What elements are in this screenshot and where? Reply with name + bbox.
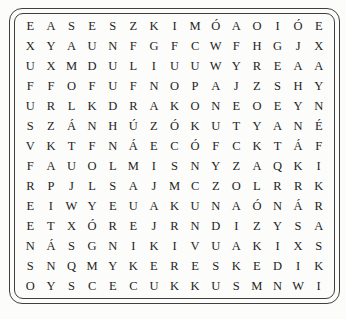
grid-cell-r5c11: E [226, 96, 247, 116]
grid-cell-r5c3: L [61, 96, 82, 116]
grid-cell-r2c15: X [308, 36, 329, 56]
word-search-grid: EASESZKIMÓAOIÓEXYAUNFGFCWFHGJXUXMDULIUUW… [20, 16, 329, 296]
grid-cell-r8c10: Y [205, 156, 226, 176]
grid-cell-r9c4: L [82, 176, 103, 196]
grid-cell-r3c11: Y [226, 56, 247, 76]
grid-cell-r1c4: E [82, 16, 103, 36]
grid-cell-r10c6: U [123, 196, 144, 216]
grid-cell-r12c8: I [164, 236, 185, 256]
grid-cell-r10c5: E [102, 196, 123, 216]
grid-cell-r6c9: K [185, 116, 206, 136]
grid-cell-r8c2: A [41, 156, 62, 176]
grid-cell-r12c9: V [185, 236, 206, 256]
grid-cell-r5c2: R [41, 96, 62, 116]
grid-cell-r13c11: K [226, 256, 247, 276]
grid-cell-r11c5: R [102, 216, 123, 236]
grid-cell-r13c15: K [308, 256, 329, 276]
grid-cell-r4c11: J [226, 76, 247, 96]
grid-cell-r2c14: J [288, 36, 309, 56]
grid-cell-r14c15: I [308, 276, 329, 296]
grid-cell-r4c5: U [102, 76, 123, 96]
grid-cell-r4c9: P [185, 76, 206, 96]
grid-cell-r9c8: M [164, 176, 185, 196]
grid-cell-r2c8: F [164, 36, 185, 56]
grid-cell-r13c2: N [41, 256, 62, 276]
grid-cell-r9c6: A [123, 176, 144, 196]
grid-cell-r7c1: V [20, 136, 41, 156]
grid-cell-r10c4: Y [82, 196, 103, 216]
grid-cell-r12c10: U [205, 236, 226, 256]
grid-cell-r12c12: K [247, 236, 268, 256]
grid-cell-r3c6: L [123, 56, 144, 76]
grid-cell-r13c9: E [185, 256, 206, 276]
grid-cell-r3c13: E [267, 56, 288, 76]
grid-cell-r4c15: Y [308, 76, 329, 96]
grid-cell-r6c10: U [205, 116, 226, 136]
grid-cell-r13c1: S [20, 256, 41, 276]
grid-cell-r14c9: K [185, 276, 206, 296]
grid-cell-r5c6: R [123, 96, 144, 116]
grid-cell-r2c9: C [185, 36, 206, 56]
grid-cell-r2c7: G [144, 36, 165, 56]
grid-cell-r5c10: N [205, 96, 226, 116]
grid-cell-r1c1: E [20, 16, 41, 36]
grid-cell-r8c15: I [308, 156, 329, 176]
grid-cell-r6c8: Ó [164, 116, 185, 136]
grid-cell-r6c3: Á [61, 116, 82, 136]
grid-cell-r1c13: I [267, 16, 288, 36]
grid-cell-r11c3: X [61, 216, 82, 236]
grid-cell-r1c10: Ó [205, 16, 226, 36]
grid-cell-r3c15: A [308, 56, 329, 76]
grid-cell-r12c11: A [226, 236, 247, 256]
grid-cell-r11c14: S [288, 216, 309, 236]
grid-cell-r3c5: U [102, 56, 123, 76]
grid-cell-r14c11: S [226, 276, 247, 296]
grid-cell-r4c6: F [123, 76, 144, 96]
grid-cell-r14c12: M [247, 276, 268, 296]
grid-cell-r11c15: A [308, 216, 329, 236]
grid-cell-r8c11: Z [226, 156, 247, 176]
grid-cell-r11c4: Ó [82, 216, 103, 236]
grid-cell-r14c1: O [20, 276, 41, 296]
grid-cell-r14c10: U [205, 276, 226, 296]
grid-cell-r8c12: A [247, 156, 268, 176]
grid-cell-r9c11: O [226, 176, 247, 196]
grid-cell-r6c4: N [82, 116, 103, 136]
grid-cell-r5c4: K [82, 96, 103, 116]
grid-cell-r13c13: D [267, 256, 288, 276]
grid-cell-r14c8: K [164, 276, 185, 296]
grid-cell-r5c12: O [247, 96, 268, 116]
grid-cell-r11c10: D [205, 216, 226, 236]
grid-cell-r9c15: K [308, 176, 329, 196]
grid-cell-r9c9: C [185, 176, 206, 196]
grid-cell-r8c9: N [185, 156, 206, 176]
grid-cell-r11c11: I [226, 216, 247, 236]
grid-cell-r10c1: E [20, 196, 41, 216]
grid-cell-r7c4: F [82, 136, 103, 156]
grid-cell-r11c1: E [20, 216, 41, 236]
grid-cell-r4c3: O [61, 76, 82, 96]
grid-cell-r14c7: U [144, 276, 165, 296]
grid-cell-r9c1: R [20, 176, 41, 196]
grid-cell-r10c12: Ó [247, 196, 268, 216]
grid-cell-r10c14: Á [288, 196, 309, 216]
grid-cell-r4c4: F [82, 76, 103, 96]
grid-cell-r11c7: J [144, 216, 165, 236]
grid-cell-r8c5: L [102, 156, 123, 176]
grid-cell-r10c11: A [226, 196, 247, 216]
grid-cell-r2c1: X [20, 36, 41, 56]
grid-cell-r1c15: E [308, 16, 329, 36]
grid-cell-r7c15: F [308, 136, 329, 156]
grid-cell-r2c6: F [123, 36, 144, 56]
puzzle-frame-outer: EASESZKIMÓAOIÓEXYAUNFGFCWFHGJXUXMDULIUUW… [9, 8, 340, 304]
grid-cell-r13c7: E [144, 256, 165, 276]
grid-cell-r3c7: I [144, 56, 165, 76]
grid-cell-r7c13: T [267, 136, 288, 156]
grid-cell-r10c8: K [164, 196, 185, 216]
grid-cell-r6c1: S [20, 116, 41, 136]
grid-cell-r10c9: U [185, 196, 206, 216]
grid-cell-r8c8: S [164, 156, 185, 176]
grid-cell-r5c9: O [185, 96, 206, 116]
grid-cell-r13c3: Q [61, 256, 82, 276]
grid-cell-r1c11: A [226, 16, 247, 36]
grid-cell-r2c4: U [82, 36, 103, 56]
grid-cell-r13c6: K [123, 256, 144, 276]
grid-cell-r9c14: R [288, 176, 309, 196]
grid-cell-r11c13: Y [267, 216, 288, 236]
grid-cell-r1c12: O [247, 16, 268, 36]
grid-cell-r6c11: T [226, 116, 247, 136]
grid-cell-r7c14: Á [288, 136, 309, 156]
grid-cell-r2c5: N [102, 36, 123, 56]
grid-cell-r12c4: G [82, 236, 103, 256]
grid-cell-r2c12: H [247, 36, 268, 56]
grid-cell-r4c13: S [267, 76, 288, 96]
grid-cell-r8c3: U [61, 156, 82, 176]
grid-cell-r12c5: N [102, 236, 123, 256]
grid-cell-r13c14: I [288, 256, 309, 276]
grid-cell-r12c13: I [267, 236, 288, 256]
grid-cell-r2c10: W [205, 36, 226, 56]
grid-cell-r9c2: P [41, 176, 62, 196]
grid-cell-r3c2: X [41, 56, 62, 76]
grid-cell-r9c13: R [267, 176, 288, 196]
grid-cell-r1c3: S [61, 16, 82, 36]
grid-cell-r8c6: M [123, 156, 144, 176]
grid-cell-r6c13: A [267, 116, 288, 136]
grid-cell-r9c7: J [144, 176, 165, 196]
grid-cell-r1c7: K [144, 16, 165, 36]
grid-cell-r11c6: E [123, 216, 144, 236]
grid-cell-r5c8: K [164, 96, 185, 116]
grid-cell-r7c2: K [41, 136, 62, 156]
grid-cell-r6c6: Ú [123, 116, 144, 136]
grid-cell-r12c1: N [20, 236, 41, 256]
grid-cell-r14c4: C [82, 276, 103, 296]
grid-cell-r10c13: N [267, 196, 288, 216]
grid-cell-r4c8: O [164, 76, 185, 96]
grid-cell-r11c8: R [164, 216, 185, 236]
grid-cell-r4c7: N [144, 76, 165, 96]
grid-cell-r12c15: S [308, 236, 329, 256]
grid-cell-r2c11: F [226, 36, 247, 56]
grid-cell-r7c5: N [102, 136, 123, 156]
grid-cell-r8c4: O [82, 156, 103, 176]
grid-cell-r1c6: Z [123, 16, 144, 36]
grid-cell-r6c7: Z [144, 116, 165, 136]
grid-cell-r13c12: E [247, 256, 268, 276]
grid-cell-r7c3: T [61, 136, 82, 156]
grid-cell-r4c2: F [41, 76, 62, 96]
grid-cell-r6c12: Y [247, 116, 268, 136]
grid-cell-r7c10: F [205, 136, 226, 156]
grid-cell-r7c7: E [144, 136, 165, 156]
grid-cell-r4c12: Z [247, 76, 268, 96]
grid-cell-r14c14: W [288, 276, 309, 296]
grid-cell-r3c3: M [61, 56, 82, 76]
grid-cell-r2c13: G [267, 36, 288, 56]
grid-cell-r7c11: C [226, 136, 247, 156]
grid-cell-r5c14: Y [288, 96, 309, 116]
grid-cell-r1c8: I [164, 16, 185, 36]
grid-cell-r9c10: Z [205, 176, 226, 196]
grid-cell-r3c9: U [185, 56, 206, 76]
grid-cell-r8c13: Q [267, 156, 288, 176]
grid-cell-r6c2: Z [41, 116, 62, 136]
grid-cell-r13c4: M [82, 256, 103, 276]
grid-cell-r12c6: I [123, 236, 144, 256]
grid-cell-r9c5: S [102, 176, 123, 196]
grid-cell-r3c10: W [205, 56, 226, 76]
word-search-page: EASESZKIMÓAOIÓEXYAUNFGFCWFHGJXUXMDULIUUW… [0, 0, 346, 319]
puzzle-frame-inner: EASESZKIMÓAOIÓEXYAUNFGFCWFHGJXUXMDULIUUW… [14, 13, 335, 299]
grid-cell-r3c1: U [20, 56, 41, 76]
grid-cell-r1c14: Ó [288, 16, 309, 36]
grid-cell-r1c5: S [102, 16, 123, 36]
grid-cell-r12c3: S [61, 236, 82, 256]
grid-cell-r14c2: Y [41, 276, 62, 296]
grid-cell-r3c8: U [164, 56, 185, 76]
grid-cell-r8c14: K [288, 156, 309, 176]
grid-cell-r11c12: Z [247, 216, 268, 236]
grid-cell-r9c3: J [61, 176, 82, 196]
grid-cell-r13c10: S [205, 256, 226, 276]
grid-cell-r3c12: R [247, 56, 268, 76]
grid-cell-r10c10: N [205, 196, 226, 216]
grid-cell-r12c7: K [144, 236, 165, 256]
grid-cell-r10c2: I [41, 196, 62, 216]
grid-cell-r5c1: U [20, 96, 41, 116]
grid-cell-r11c2: T [41, 216, 62, 236]
grid-cell-r7c6: Á [123, 136, 144, 156]
grid-cell-r4c10: A [205, 76, 226, 96]
grid-cell-r14c13: N [267, 276, 288, 296]
grid-cell-r5c5: D [102, 96, 123, 116]
grid-cell-r7c9: Ó [185, 136, 206, 156]
grid-cell-r2c2: Y [41, 36, 62, 56]
grid-cell-r6c15: É [308, 116, 329, 136]
grid-cell-r7c8: C [164, 136, 185, 156]
grid-cell-r5c13: E [267, 96, 288, 116]
grid-cell-r10c3: W [61, 196, 82, 216]
grid-cell-r8c1: F [20, 156, 41, 176]
grid-cell-r14c5: E [102, 276, 123, 296]
grid-cell-r9c12: L [247, 176, 268, 196]
grid-cell-r10c15: R [308, 196, 329, 216]
grid-cell-r5c15: N [308, 96, 329, 116]
grid-cell-r8c7: I [144, 156, 165, 176]
grid-cell-r1c9: M [185, 16, 206, 36]
grid-cell-r1c2: A [41, 16, 62, 36]
grid-cell-r6c5: H [102, 116, 123, 136]
grid-cell-r12c2: Á [41, 236, 62, 256]
grid-cell-r3c14: A [288, 56, 309, 76]
grid-cell-r12c14: X [288, 236, 309, 256]
grid-cell-r7c12: K [247, 136, 268, 156]
grid-cell-r3c4: D [82, 56, 103, 76]
grid-cell-r14c3: S [61, 276, 82, 296]
grid-cell-r11c9: N [185, 216, 206, 236]
grid-cell-r4c14: H [288, 76, 309, 96]
grid-cell-r4c1: F [20, 76, 41, 96]
grid-cell-r13c8: R [164, 256, 185, 276]
grid-cell-r6c14: N [288, 116, 309, 136]
grid-cell-r5c7: A [144, 96, 165, 116]
grid-cell-r10c7: A [144, 196, 165, 216]
grid-cell-r13c5: Y [102, 256, 123, 276]
grid-cell-r14c6: C [123, 276, 144, 296]
grid-cell-r2c3: A [61, 36, 82, 56]
